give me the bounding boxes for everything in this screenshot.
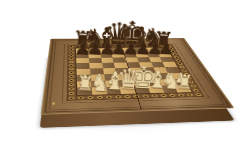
black-pawn: ♟ — [68, 38, 98, 59]
chess-field: ♜♞♝♛♚♝♞♜♟♟♟♟♟♟♟♟♟♟♟♟♟♟♟♟♜♞♝♛♚♝♞♜ — [75, 47, 193, 96]
scene: ♜♞♝♛♚♝♞♜♟♟♟♟♟♟♟♟♟♟♟♟♟♟♟♟♜♞♝♛♚♝♞♜ — [0, 0, 240, 150]
square-a1: ♜ — [77, 88, 92, 96]
side-latch — [52, 102, 56, 106]
square-a7: ♟ — [76, 53, 88, 58]
white-rook: ♜ — [67, 74, 103, 95]
chess-board: ♜♞♝♛♚♝♞♜♟♟♟♟♟♟♟♟♟♟♟♟♟♟♟♟♜♞♝♛♚♝♞♜ — [41, 38, 235, 115]
